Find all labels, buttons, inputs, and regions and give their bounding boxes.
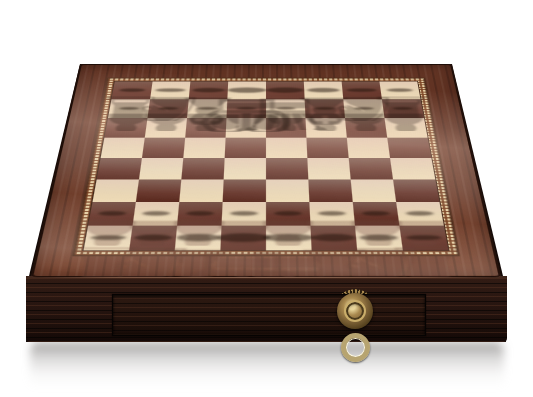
product-photo-stage: ♜♞♝♚♛♝♞♜♟♟♟♟♟♟♟♟♟♟♟♟♟♟♟♟♜♞♝♚♛♝♞♜ ♜♞♝♚♛♝♞… xyxy=(0,0,533,397)
perspective-scene: ♜♞♝♚♛♝♞♜♟♟♟♟♟♟♟♟♟♟♟♟♟♟♟♟♜♞♝♚♛♝♞♜ ♜♞♝♚♛♝♞… xyxy=(0,0,533,397)
piece-reflection: ♜ xyxy=(47,238,156,277)
piece-reflection: ♜ xyxy=(376,238,485,277)
piece-reflection: ♞ xyxy=(88,238,207,277)
chess-board: ♜♞♝♚♛♝♞♜♟♟♟♟♟♟♟♟♟♟♟♟♟♟♟♟♜♞♝♚♛♝♞♜ ♜♞♝♚♛♝♞… xyxy=(30,64,501,277)
piece-reflection: ♞ xyxy=(325,238,444,277)
piece-reflection: ♚ xyxy=(159,238,323,277)
piece-reflection: ♝ xyxy=(127,238,260,277)
rook-glyph: ♜ xyxy=(376,131,472,238)
piece-reflection: ♝ xyxy=(272,238,405,277)
piece-reflection: ♛ xyxy=(213,238,369,277)
